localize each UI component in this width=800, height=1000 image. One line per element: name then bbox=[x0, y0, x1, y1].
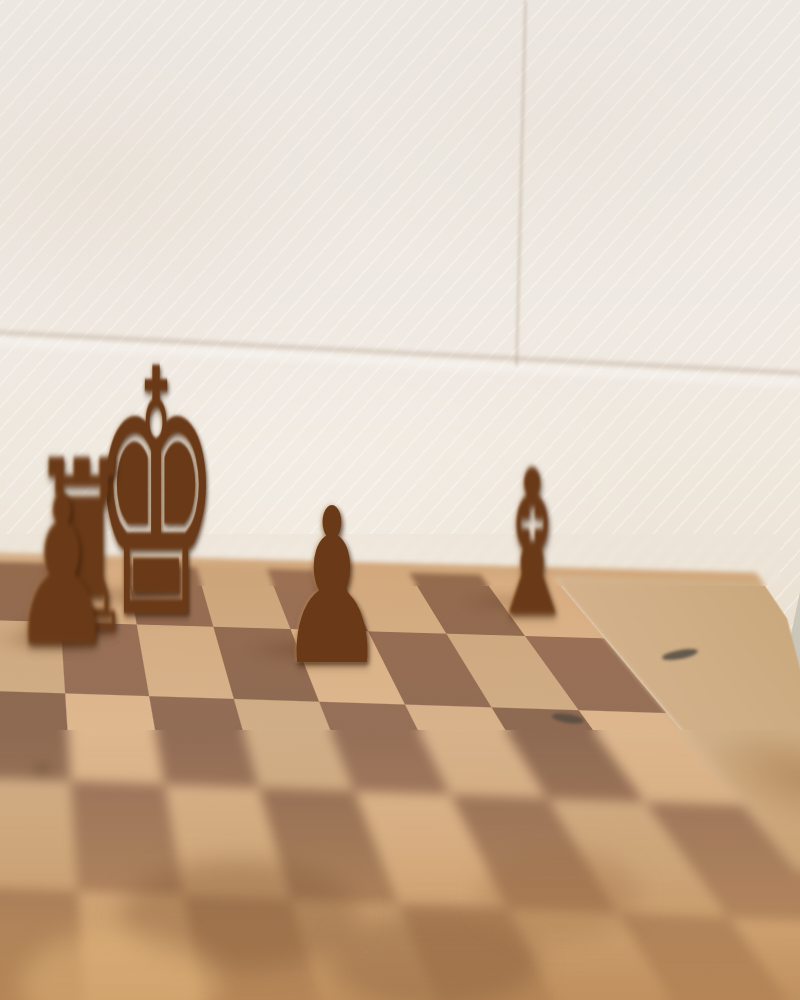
depth-of-field-near bbox=[0, 730, 800, 1000]
wall-vertical-seam bbox=[515, 0, 527, 366]
piece-black-pawn-a-a7[interactable]: ♟ bbox=[11, 470, 112, 675]
piece-black-bishop-h8[interactable]: ♝ bbox=[487, 444, 577, 644]
photo-of-chessboard: ♚♜♟♟♝ bbox=[0, 0, 800, 1000]
piece-black-pawn-e-e7[interactable]: ♟ bbox=[279, 480, 385, 695]
out-of-focus-blob bbox=[480, 850, 640, 940]
